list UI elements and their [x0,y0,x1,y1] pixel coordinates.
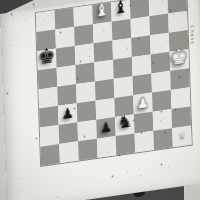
board-mat: ♝♝♚♚♟♟♟♞♕ Chess [0,0,200,200]
piece-black-king[interactable]: ♚ [38,45,56,68]
chess-board: ♝♝♚♚♟♟♟♞♕ [36,0,192,166]
mat-corner-logo: ♕ [177,131,186,142]
piece-black-pawn[interactable]: ♟ [61,105,74,121]
square-f1[interactable] [135,131,154,153]
piece-white-pawn[interactable]: ♟ [136,94,149,110]
piece-black-bishop[interactable]: ♝ [113,0,129,17]
photo-frame: ♝♝♚♚♟♟♟♞♕ Chess [0,0,200,200]
piece-white-bishop[interactable]: ♝ [94,1,110,20]
square-e1[interactable] [116,133,135,155]
square-h1[interactable]: ♕ [172,126,191,148]
square-d1[interactable] [97,136,116,158]
photo-grain-dark [0,0,1,1]
square-a1[interactable] [40,144,59,166]
square-g1[interactable] [153,128,172,150]
piece-white-king[interactable]: ♚ [170,45,188,68]
piece-black-pawn[interactable]: ♟ [99,119,112,135]
mat-edge-text: Chess [189,25,196,88]
piece-black-knight[interactable]: ♞ [117,113,133,132]
square-c1[interactable] [78,139,97,161]
square-b1[interactable] [59,141,78,163]
